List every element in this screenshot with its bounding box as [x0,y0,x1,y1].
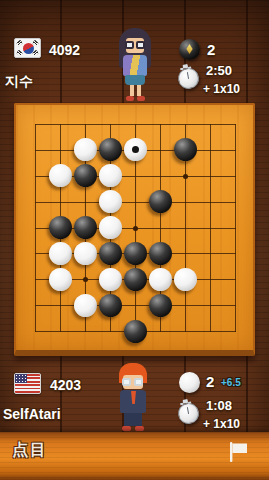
white-stone [99,164,122,187]
top-player-captures: 2 [207,41,215,58]
bottom-player-avatar [110,363,156,433]
game-screen: 4092 지수 2 2:50 + 1x10 [0,0,269,480]
top-player-name: 지수 [5,73,33,91]
black-stone [124,320,147,343]
white-stone [99,268,122,291]
black-stone [74,164,97,187]
top-player-time: 2:50 [206,63,232,78]
star-point [83,277,88,282]
diamond-marker-icon [186,44,193,54]
white-stone [74,138,97,161]
black-stone [74,216,97,239]
black-stone [149,294,172,317]
white-stone [174,268,197,291]
bottom-player-captures: 2 [206,373,214,390]
white-stone [49,268,72,291]
black-stone [99,138,122,161]
white-stone [99,216,122,239]
avatar-glasses [122,378,131,386]
avatar-body [123,55,147,76]
last-move-marker [132,146,139,153]
white-stone [99,190,122,213]
score-estimate-button[interactable]: 点目 [12,440,48,461]
south-korea-flag-icon [14,38,41,58]
black-stone-icon [179,39,200,60]
black-stone [124,268,147,291]
bottom-player-name: SelfAtari [3,406,61,422]
usa-flag-icon [14,373,41,394]
star-point [183,174,188,179]
black-stone [99,294,122,317]
bottom-player-time: 1:08 [206,398,232,413]
black-stone [174,138,197,161]
white-stone-icon [179,372,200,393]
white-flag-icon[interactable] [224,438,252,466]
white-stone [74,242,97,265]
black-stone [149,190,172,213]
white-stone [124,138,147,161]
black-stone [124,242,147,265]
black-stone [49,216,72,239]
star-point [133,226,138,231]
white-stone [49,164,72,187]
black-stone [149,242,172,265]
stopwatch-icon [176,401,200,425]
bottom-player-rating: 4203 [50,377,81,393]
white-stone [149,268,172,291]
bottom-action-bar: 点目 [0,432,269,480]
white-stone [74,294,97,317]
stopwatch-icon [176,66,200,90]
bottom-player-overtime: + 1x10 [203,417,240,431]
board-grid [35,124,236,332]
go-board[interactable] [14,103,255,356]
top-player-overtime: + 1x10 [203,82,240,96]
avatar-glasses [125,41,134,49]
white-stone [49,242,72,265]
top-player-rating: 4092 [49,42,80,58]
black-stone [99,242,122,265]
komi-value: +6.5 [221,377,241,388]
top-player-avatar [112,28,158,102]
